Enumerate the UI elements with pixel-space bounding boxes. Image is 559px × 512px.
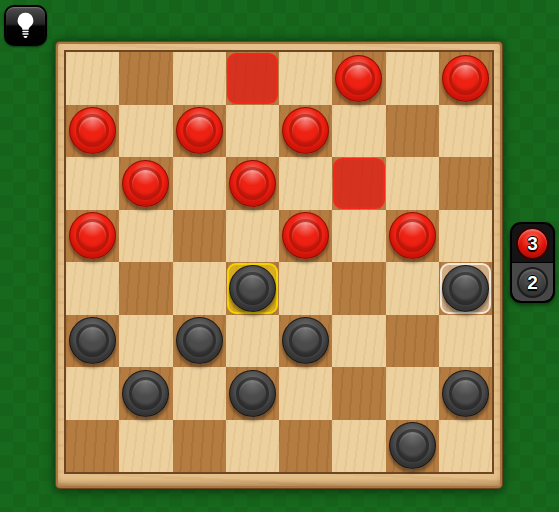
square-r7c4[interactable] [279,420,332,473]
black-piece[interactable] [229,370,276,417]
black-piece[interactable] [442,265,489,312]
highlight-capture-target[interactable] [333,158,384,209]
black-piece[interactable] [69,317,116,364]
black-capture-counter: 2 [517,267,548,298]
square-r3c3 [226,210,279,263]
square-r7c3 [226,420,279,473]
square-r2c3[interactable] [226,157,279,210]
square-r6c1[interactable] [119,367,172,420]
square-r6c4 [279,367,332,420]
square-r2c5[interactable] [332,157,385,210]
light-bulb-icon [12,11,39,40]
square-r1c3 [226,105,279,158]
square-r5c0[interactable] [66,315,119,368]
square-r0c7[interactable] [439,52,492,105]
square-r5c4[interactable] [279,315,332,368]
black-capture-count: 2 [527,273,538,292]
red-piece[interactable] [282,212,329,259]
square-r2c6 [386,157,439,210]
square-r2c7[interactable] [439,157,492,210]
square-r0c4 [279,52,332,105]
square-r3c5 [332,210,385,263]
square-r3c1 [119,210,172,263]
red-capture-count: 3 [527,234,538,253]
square-r1c4[interactable] [279,105,332,158]
red-piece[interactable] [389,212,436,259]
square-r4c5[interactable] [332,262,385,315]
black-piece[interactable] [389,422,436,469]
black-score-section: 2 [512,263,553,301]
red-piece[interactable] [335,55,382,102]
square-r1c1 [119,105,172,158]
square-r7c5 [332,420,385,473]
square-r2c2 [173,157,226,210]
square-r1c7 [439,105,492,158]
black-piece[interactable] [442,370,489,417]
square-r4c1[interactable] [119,262,172,315]
hint-button[interactable] [4,5,47,46]
red-score-section: 3 [512,224,553,263]
square-r1c5 [332,105,385,158]
red-piece[interactable] [69,107,116,154]
square-r7c7 [439,420,492,473]
highlight-capture-target[interactable] [227,53,278,104]
square-r0c2 [173,52,226,105]
square-r6c2 [173,367,226,420]
red-piece[interactable] [229,160,276,207]
square-r6c0 [66,367,119,420]
square-r4c3[interactable] [226,262,279,315]
checkers-board-frame [56,42,502,488]
square-r1c6[interactable] [386,105,439,158]
square-r7c0[interactable] [66,420,119,473]
red-piece[interactable] [69,212,116,259]
square-r5c5 [332,315,385,368]
square-r2c4 [279,157,332,210]
black-piece[interactable] [282,317,329,364]
square-r0c6 [386,52,439,105]
square-r4c4 [279,262,332,315]
square-r0c0 [66,52,119,105]
red-piece[interactable] [442,55,489,102]
square-r4c7[interactable] [439,262,492,315]
checkers-board [64,50,494,474]
square-r6c3[interactable] [226,367,279,420]
red-piece[interactable] [122,160,169,207]
square-r1c0[interactable] [66,105,119,158]
red-piece[interactable] [282,107,329,154]
square-r3c2[interactable] [173,210,226,263]
square-r5c6[interactable] [386,315,439,368]
square-r5c2[interactable] [173,315,226,368]
black-piece[interactable] [122,370,169,417]
square-r7c6[interactable] [386,420,439,473]
square-r1c2[interactable] [173,105,226,158]
square-r3c4[interactable] [279,210,332,263]
square-r6c5[interactable] [332,367,385,420]
square-r6c6 [386,367,439,420]
square-r0c5[interactable] [332,52,385,105]
red-capture-counter: 3 [516,227,549,260]
black-piece[interactable] [176,317,223,364]
square-r3c7 [439,210,492,263]
capture-score-panel: 3 2 [510,222,555,303]
square-r3c6[interactable] [386,210,439,263]
square-r0c1[interactable] [119,52,172,105]
square-r7c1 [119,420,172,473]
red-piece[interactable] [176,107,223,154]
square-r5c3 [226,315,279,368]
square-r6c7[interactable] [439,367,492,420]
square-r0c3[interactable] [226,52,279,105]
square-r5c1 [119,315,172,368]
square-r4c0 [66,262,119,315]
square-r7c2[interactable] [173,420,226,473]
square-r2c1[interactable] [119,157,172,210]
square-r4c2 [173,262,226,315]
square-r3c0[interactable] [66,210,119,263]
square-r5c7 [439,315,492,368]
square-r2c0 [66,157,119,210]
square-r4c6 [386,262,439,315]
black-piece[interactable] [229,265,276,312]
